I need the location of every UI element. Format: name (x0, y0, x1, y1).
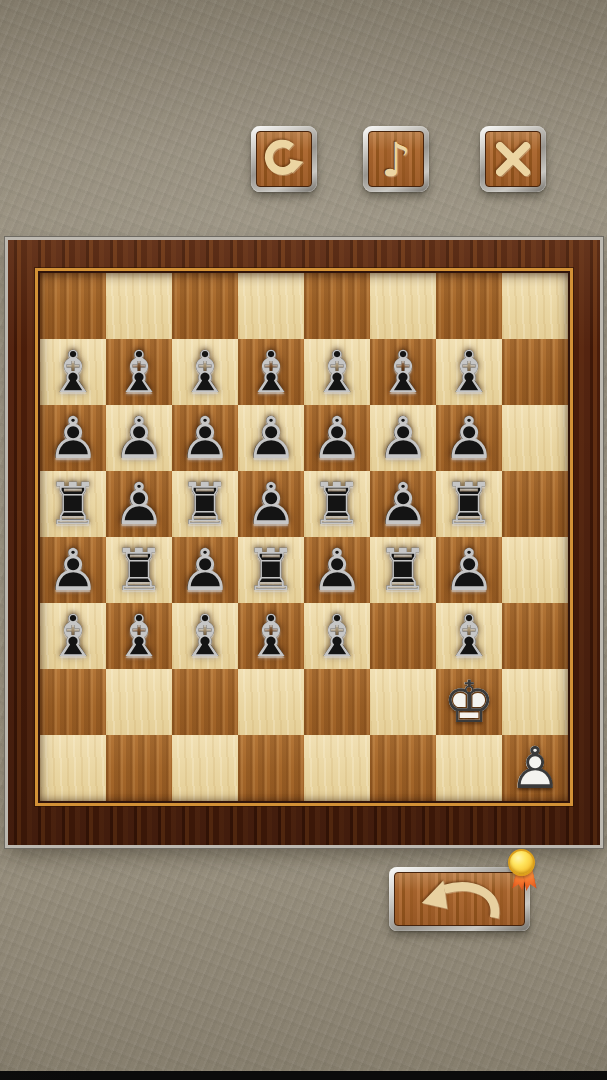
sound-button[interactable]: ♪ (363, 126, 429, 192)
black-pawn-glyph: ♟ (443, 405, 495, 471)
black-pawn-glyph: ♟ (179, 537, 231, 603)
square-h3[interactable] (502, 603, 568, 669)
black-pawn-outline: ♙ (47, 537, 99, 603)
square-g2[interactable]: ♚♔ (436, 669, 502, 735)
square-b7[interactable]: ♝♗ (106, 339, 172, 405)
black-pawn-outline: ♙ (245, 405, 297, 471)
black-pawn: ♟♙ (370, 405, 436, 471)
black-bishop: ♝♗ (436, 603, 502, 669)
square-d3[interactable]: ♝♗ (238, 603, 304, 669)
black-rook-outline: ♖ (311, 471, 363, 537)
black-pawn-glyph: ♟ (377, 471, 429, 537)
black-pawn-outline: ♙ (311, 405, 363, 471)
black-bishop: ♝♗ (40, 603, 106, 669)
black-pawn-outline: ♙ (443, 537, 495, 603)
square-g4[interactable]: ♟♙ (436, 537, 502, 603)
square-f1[interactable] (370, 735, 436, 801)
black-bishop-glyph: ♝ (311, 603, 363, 669)
square-h5[interactable] (502, 471, 568, 537)
square-e2[interactable] (304, 669, 370, 735)
square-b1[interactable] (106, 735, 172, 801)
white-pawn-glyph: ♟ (509, 735, 561, 801)
black-rook-glyph: ♜ (377, 537, 429, 603)
square-h6[interactable] (502, 405, 568, 471)
white-king-outline: ♔ (443, 669, 495, 735)
square-g6[interactable]: ♟♙ (436, 405, 502, 471)
black-rook-glyph: ♜ (47, 471, 99, 537)
black-bishop: ♝♗ (304, 603, 370, 669)
black-pawn-glyph: ♟ (47, 537, 99, 603)
close-button[interactable] (480, 126, 546, 192)
black-rook-glyph: ♜ (245, 537, 297, 603)
black-pawn: ♟♙ (172, 405, 238, 471)
square-b2[interactable] (106, 669, 172, 735)
black-rook-glyph: ♜ (443, 471, 495, 537)
black-bishop: ♝♗ (238, 603, 304, 669)
black-pawn-glyph: ♟ (443, 537, 495, 603)
black-rook: ♜♖ (304, 471, 370, 537)
black-bishop-glyph: ♝ (245, 339, 297, 405)
black-bishop: ♝♗ (370, 339, 436, 405)
black-bishop-outline: ♗ (311, 339, 363, 405)
black-bishop-glyph: ♝ (377, 339, 429, 405)
square-c3[interactable]: ♝♗ (172, 603, 238, 669)
black-rook-glyph: ♜ (311, 471, 363, 537)
black-pawn: ♟♙ (436, 405, 502, 471)
black-bishop-outline: ♗ (47, 603, 99, 669)
square-e5[interactable]: ♜♖ (304, 471, 370, 537)
black-pawn-outline: ♙ (113, 471, 165, 537)
black-pawn-glyph: ♟ (113, 405, 165, 471)
black-bishop: ♝♗ (304, 339, 370, 405)
square-f8[interactable] (370, 273, 436, 339)
square-e8[interactable] (304, 273, 370, 339)
square-a3[interactable]: ♝♗ (40, 603, 106, 669)
square-c6[interactable]: ♟♙ (172, 405, 238, 471)
black-pawn-glyph: ♟ (311, 537, 363, 603)
black-rook-outline: ♖ (47, 471, 99, 537)
black-bishop-outline: ♗ (443, 603, 495, 669)
black-rook-glyph: ♜ (113, 537, 165, 603)
black-pawn-glyph: ♟ (47, 405, 99, 471)
square-d4[interactable]: ♜♖ (238, 537, 304, 603)
black-bishop-outline: ♗ (113, 339, 165, 405)
gold-medal-icon (506, 848, 544, 896)
black-pawn-glyph: ♟ (113, 471, 165, 537)
black-bishop-glyph: ♝ (443, 603, 495, 669)
black-pawn: ♟♙ (40, 537, 106, 603)
music-note-icon: ♪ (381, 136, 411, 183)
black-bishop-glyph: ♝ (443, 339, 495, 405)
black-bishop-outline: ♗ (443, 339, 495, 405)
black-rook-outline: ♖ (443, 471, 495, 537)
square-d7[interactable]: ♝♗ (238, 339, 304, 405)
square-a5[interactable]: ♜♖ (40, 471, 106, 537)
close-icon (493, 139, 533, 179)
black-bishop-glyph: ♝ (113, 603, 165, 669)
board-frame: ♝♗♝♗♝♗♝♗♝♗♝♗♝♗♟♙♟♙♟♙♟♙♟♙♟♙♟♙♜♖♟♙♜♖♟♙♜♖♟♙… (8, 240, 600, 845)
black-bishop-glyph: ♝ (113, 339, 165, 405)
black-rook-outline: ♖ (179, 471, 231, 537)
square-e3[interactable]: ♝♗ (304, 603, 370, 669)
black-pawn-outline: ♙ (179, 405, 231, 471)
black-rook: ♜♖ (40, 471, 106, 537)
black-pawn-glyph: ♟ (377, 405, 429, 471)
square-b4[interactable]: ♜♖ (106, 537, 172, 603)
square-f7[interactable]: ♝♗ (370, 339, 436, 405)
square-b6[interactable]: ♟♙ (106, 405, 172, 471)
square-f6[interactable]: ♟♙ (370, 405, 436, 471)
square-a2[interactable] (40, 669, 106, 735)
black-bishop-outline: ♗ (311, 603, 363, 669)
black-rook: ♜♖ (106, 537, 172, 603)
black-bishop: ♝♗ (172, 339, 238, 405)
close-button-face (485, 131, 541, 187)
black-bishop: ♝♗ (40, 339, 106, 405)
undo-arrow-icon (411, 876, 509, 922)
square-d6[interactable]: ♟♙ (238, 405, 304, 471)
square-d2[interactable] (238, 669, 304, 735)
black-bishop-glyph: ♝ (245, 603, 297, 669)
white-king: ♚♔ (436, 669, 502, 735)
black-pawn: ♟♙ (370, 471, 436, 537)
black-rook-outline: ♖ (377, 537, 429, 603)
sound-button-face: ♪ (368, 131, 424, 187)
square-d8[interactable] (238, 273, 304, 339)
black-pawn: ♟♙ (304, 537, 370, 603)
square-f5[interactable]: ♟♙ (370, 471, 436, 537)
square-f3[interactable] (370, 603, 436, 669)
white-pawn-outline: ♙ (509, 735, 561, 801)
black-bishop: ♝♗ (106, 603, 172, 669)
black-pawn-outline: ♙ (377, 471, 429, 537)
medal-coin (508, 849, 535, 876)
black-bishop-glyph: ♝ (47, 603, 99, 669)
black-pawn-outline: ♙ (311, 537, 363, 603)
black-bishop-glyph: ♝ (311, 339, 363, 405)
square-h4[interactable] (502, 537, 568, 603)
black-rook-outline: ♖ (113, 537, 165, 603)
black-pawn-glyph: ♟ (245, 405, 297, 471)
system-bottom-bar (0, 1071, 607, 1080)
black-bishop: ♝♗ (436, 339, 502, 405)
black-bishop: ♝♗ (172, 603, 238, 669)
square-b5[interactable]: ♟♙ (106, 471, 172, 537)
square-a8[interactable] (40, 273, 106, 339)
square-h1[interactable]: ♟♙ (502, 735, 568, 801)
square-c4[interactable]: ♟♙ (172, 537, 238, 603)
black-pawn-outline: ♙ (245, 471, 297, 537)
square-c5[interactable]: ♜♖ (172, 471, 238, 537)
restart-button[interactable] (251, 126, 317, 192)
square-c1[interactable] (172, 735, 238, 801)
square-h8[interactable] (502, 273, 568, 339)
square-h2[interactable] (502, 669, 568, 735)
black-pawn: ♟♙ (238, 471, 304, 537)
black-rook-glyph: ♜ (179, 471, 231, 537)
chess-app-screen: ♪ ♝♗♝♗♝♗♝♗♝♗♝♗♝♗♟♙♟♙♟♙♟♙♟♙♟♙♟♙♜♖♟♙♜♖♟♙♜♖… (0, 0, 607, 1080)
black-bishop-glyph: ♝ (179, 339, 231, 405)
square-h7[interactable] (502, 339, 568, 405)
black-bishop-outline: ♗ (179, 339, 231, 405)
black-bishop-glyph: ♝ (47, 339, 99, 405)
restart-button-face (256, 131, 312, 187)
black-pawn-outline: ♙ (377, 405, 429, 471)
black-pawn-outline: ♙ (47, 405, 99, 471)
black-bishop: ♝♗ (238, 339, 304, 405)
black-pawn: ♟♙ (40, 405, 106, 471)
square-g1[interactable] (436, 735, 502, 801)
square-d5[interactable]: ♟♙ (238, 471, 304, 537)
square-a7[interactable]: ♝♗ (40, 339, 106, 405)
chess-board: ♝♗♝♗♝♗♝♗♝♗♝♗♝♗♟♙♟♙♟♙♟♙♟♙♟♙♟♙♜♖♟♙♜♖♟♙♜♖♟♙… (40, 273, 568, 801)
black-bishop-outline: ♗ (377, 339, 429, 405)
square-e1[interactable] (304, 735, 370, 801)
white-king-glyph: ♚ (443, 669, 495, 735)
black-bishop-outline: ♗ (113, 603, 165, 669)
black-bishop-outline: ♗ (47, 339, 99, 405)
square-a1[interactable] (40, 735, 106, 801)
square-b3[interactable]: ♝♗ (106, 603, 172, 669)
black-bishop-outline: ♗ (179, 603, 231, 669)
black-pawn: ♟♙ (436, 537, 502, 603)
black-pawn: ♟♙ (106, 471, 172, 537)
square-f4[interactable]: ♜♖ (370, 537, 436, 603)
square-e7[interactable]: ♝♗ (304, 339, 370, 405)
square-d1[interactable] (238, 735, 304, 801)
white-pawn: ♟♙ (502, 735, 568, 801)
black-pawn-glyph: ♟ (179, 405, 231, 471)
black-rook: ♜♖ (370, 537, 436, 603)
black-pawn: ♟♙ (172, 537, 238, 603)
square-c2[interactable] (172, 669, 238, 735)
black-bishop-glyph: ♝ (179, 603, 231, 669)
square-f2[interactable] (370, 669, 436, 735)
black-pawn-outline: ♙ (179, 537, 231, 603)
square-e4[interactable]: ♟♙ (304, 537, 370, 603)
black-bishop-outline: ♗ (245, 339, 297, 405)
black-rook-outline: ♖ (245, 537, 297, 603)
square-b8[interactable] (106, 273, 172, 339)
square-c7[interactable]: ♝♗ (172, 339, 238, 405)
black-rook: ♜♖ (436, 471, 502, 537)
square-c8[interactable] (172, 273, 238, 339)
black-pawn-glyph: ♟ (245, 471, 297, 537)
black-pawn: ♟♙ (238, 405, 304, 471)
black-pawn-glyph: ♟ (311, 405, 363, 471)
black-bishop-outline: ♗ (245, 603, 297, 669)
black-bishop: ♝♗ (106, 339, 172, 405)
black-rook: ♜♖ (238, 537, 304, 603)
square-a4[interactable]: ♟♙ (40, 537, 106, 603)
restart-icon (263, 138, 305, 180)
black-pawn: ♟♙ (106, 405, 172, 471)
black-pawn: ♟♙ (304, 405, 370, 471)
square-g8[interactable] (436, 273, 502, 339)
square-g3[interactable]: ♝♗ (436, 603, 502, 669)
black-pawn-outline: ♙ (113, 405, 165, 471)
square-g5[interactable]: ♜♖ (436, 471, 502, 537)
square-g7[interactable]: ♝♗ (436, 339, 502, 405)
square-a6[interactable]: ♟♙ (40, 405, 106, 471)
square-e6[interactable]: ♟♙ (304, 405, 370, 471)
black-rook: ♜♖ (172, 471, 238, 537)
black-pawn-outline: ♙ (443, 405, 495, 471)
